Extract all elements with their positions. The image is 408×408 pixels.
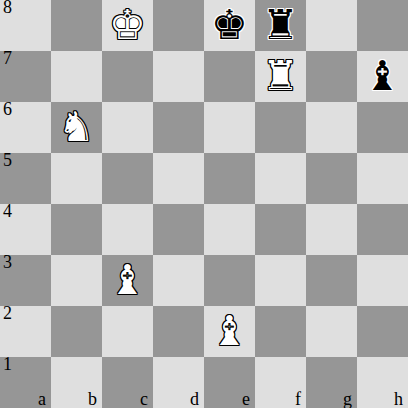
square-a5[interactable]: 5	[0, 153, 51, 204]
square-f8[interactable]: ♜	[255, 0, 306, 51]
square-e2[interactable]: ♝	[204, 306, 255, 357]
file-label-f: f	[295, 390, 301, 408]
rank-label-4: 4	[3, 202, 12, 222]
square-f3[interactable]	[255, 255, 306, 306]
square-e4[interactable]	[204, 204, 255, 255]
square-d5[interactable]	[153, 153, 204, 204]
square-f4[interactable]	[255, 204, 306, 255]
square-a1[interactable]: 1a	[0, 357, 51, 408]
piece-white-knight[interactable]: ♞	[51, 102, 102, 153]
rank-label-6: 6	[3, 100, 12, 120]
square-d7[interactable]	[153, 51, 204, 102]
square-a6[interactable]: 6	[0, 102, 51, 153]
square-h7[interactable]: ♝	[357, 51, 408, 102]
piece-white-bishop[interactable]: ♝	[204, 306, 255, 357]
file-label-h: h	[394, 390, 403, 408]
file-label-c: c	[140, 390, 148, 408]
square-c5[interactable]	[102, 153, 153, 204]
square-e8[interactable]: ♚	[204, 0, 255, 51]
square-b6[interactable]: ♞	[51, 102, 102, 153]
rank-label-7: 7	[3, 49, 12, 69]
piece-white-bishop[interactable]: ♝	[102, 255, 153, 306]
square-g2[interactable]	[306, 306, 357, 357]
square-b5[interactable]	[51, 153, 102, 204]
square-e3[interactable]	[204, 255, 255, 306]
square-c7[interactable]	[102, 51, 153, 102]
rank-label-8: 8	[3, 0, 12, 18]
rank-label-5: 5	[3, 151, 12, 171]
square-b3[interactable]	[51, 255, 102, 306]
square-a3[interactable]: 3	[0, 255, 51, 306]
square-d2[interactable]	[153, 306, 204, 357]
square-f7[interactable]: ♜	[255, 51, 306, 102]
square-h2[interactable]	[357, 306, 408, 357]
square-a2[interactable]: 2	[0, 306, 51, 357]
square-a8[interactable]: 8	[0, 0, 51, 51]
piece-black-rook[interactable]: ♜	[255, 0, 306, 51]
square-g4[interactable]	[306, 204, 357, 255]
square-e6[interactable]	[204, 102, 255, 153]
square-b7[interactable]	[51, 51, 102, 102]
square-b1[interactable]: b	[51, 357, 102, 408]
square-h4[interactable]	[357, 204, 408, 255]
rank-label-1: 1	[3, 355, 12, 375]
rank-label-2: 2	[3, 304, 12, 324]
square-d4[interactable]	[153, 204, 204, 255]
square-c6[interactable]	[102, 102, 153, 153]
rank-label-3: 3	[3, 253, 12, 273]
square-f6[interactable]	[255, 102, 306, 153]
square-c3[interactable]: ♝	[102, 255, 153, 306]
file-label-a: a	[38, 390, 46, 408]
square-h6[interactable]	[357, 102, 408, 153]
square-g7[interactable]	[306, 51, 357, 102]
square-h5[interactable]	[357, 153, 408, 204]
file-label-b: b	[88, 390, 97, 408]
piece-white-rook[interactable]: ♜	[255, 51, 306, 102]
square-g3[interactable]	[306, 255, 357, 306]
square-d8[interactable]	[153, 0, 204, 51]
square-d1[interactable]: d	[153, 357, 204, 408]
square-g5[interactable]	[306, 153, 357, 204]
square-c1[interactable]: c	[102, 357, 153, 408]
square-b8[interactable]	[51, 0, 102, 51]
piece-black-bishop[interactable]: ♝	[357, 51, 408, 102]
file-label-d: d	[190, 390, 199, 408]
square-b2[interactable]	[51, 306, 102, 357]
file-label-e: e	[242, 390, 250, 408]
square-d3[interactable]	[153, 255, 204, 306]
square-h1[interactable]: h	[357, 357, 408, 408]
square-a7[interactable]: 7	[0, 51, 51, 102]
square-g1[interactable]: g	[306, 357, 357, 408]
square-f5[interactable]	[255, 153, 306, 204]
square-e5[interactable]	[204, 153, 255, 204]
square-g8[interactable]	[306, 0, 357, 51]
square-h8[interactable]	[357, 0, 408, 51]
square-b4[interactable]	[51, 204, 102, 255]
square-e7[interactable]	[204, 51, 255, 102]
square-h3[interactable]	[357, 255, 408, 306]
piece-black-king[interactable]: ♚	[204, 0, 255, 51]
file-label-g: g	[343, 390, 352, 408]
square-c2[interactable]	[102, 306, 153, 357]
square-f1[interactable]: f	[255, 357, 306, 408]
square-c4[interactable]	[102, 204, 153, 255]
chess-board: 8♚♚♜7♜♝6♞543♝2♝1abcdefgh	[0, 0, 408, 408]
square-e1[interactable]: e	[204, 357, 255, 408]
piece-white-king[interactable]: ♚	[102, 0, 153, 51]
square-g6[interactable]	[306, 102, 357, 153]
square-f2[interactable]	[255, 306, 306, 357]
square-c8[interactable]: ♚	[102, 0, 153, 51]
square-a4[interactable]: 4	[0, 204, 51, 255]
square-d6[interactable]	[153, 102, 204, 153]
